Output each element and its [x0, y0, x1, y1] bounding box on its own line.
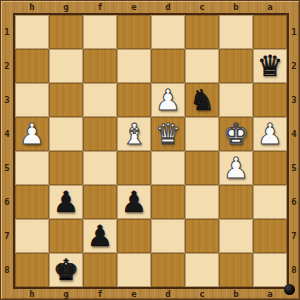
file-label-top-f: f [83, 1, 117, 13]
board: ♛♟♞♟♝♛♚♟♟♟♟♟♚ [13, 13, 289, 289]
square-e1[interactable] [117, 15, 151, 49]
square-a5[interactable] [253, 151, 287, 185]
file-label-bottom-f: f [83, 288, 117, 300]
square-b8[interactable] [219, 253, 253, 287]
file-label-top-e: e [117, 1, 151, 13]
square-a1[interactable] [253, 15, 287, 49]
square-c1[interactable] [185, 15, 219, 49]
file-label-top-b: b [219, 1, 253, 13]
square-f5[interactable] [83, 151, 117, 185]
file-label-top-h: h [15, 1, 49, 13]
rank-label-right-7: 7 [288, 219, 300, 253]
square-a3[interactable] [253, 83, 287, 117]
white-queen-d4[interactable]: ♛ [155, 117, 181, 151]
rank-label-left-7: 7 [1, 219, 13, 253]
rank-label-right-6: 6 [288, 185, 300, 219]
square-g5[interactable] [49, 151, 83, 185]
file-label-bottom-a: a [253, 288, 287, 300]
square-c3[interactable]: ♞ [185, 83, 219, 117]
square-h1[interactable] [15, 15, 49, 49]
square-d8[interactable] [151, 253, 185, 287]
square-b5[interactable]: ♟ [219, 151, 253, 185]
square-h8[interactable] [15, 253, 49, 287]
square-b1[interactable] [219, 15, 253, 49]
rank-label-right-2: 2 [288, 49, 300, 83]
rank-label-left-1: 1 [1, 15, 13, 49]
square-h2[interactable] [15, 49, 49, 83]
white-bishop-e4[interactable]: ♝ [121, 117, 147, 151]
rank-label-right-8: 8 [288, 253, 300, 287]
black-queen-a2[interactable]: ♛ [257, 49, 283, 83]
white-king-b4[interactable]: ♚ [223, 117, 249, 151]
square-e4[interactable]: ♝ [117, 117, 151, 151]
square-c8[interactable] [185, 253, 219, 287]
square-h4[interactable]: ♟ [15, 117, 49, 151]
file-label-bottom-e: e [117, 288, 151, 300]
square-d2[interactable] [151, 49, 185, 83]
square-f2[interactable] [83, 49, 117, 83]
rank-label-left-2: 2 [1, 49, 13, 83]
square-e7[interactable] [117, 219, 151, 253]
square-a6[interactable] [253, 185, 287, 219]
white-pawn-h4[interactable]: ♟ [19, 117, 45, 151]
square-f8[interactable] [83, 253, 117, 287]
file-label-bottom-d: d [151, 288, 185, 300]
board-frame: ♛♟♞♟♝♛♚♟♟♟♟♟♚ hhggffeeddccbbaa1122334455… [0, 0, 300, 300]
rank-label-left-8: 8 [1, 253, 13, 287]
square-g1[interactable] [49, 15, 83, 49]
square-d1[interactable] [151, 15, 185, 49]
rank-label-right-1: 1 [288, 15, 300, 49]
rank-label-right-5: 5 [288, 151, 300, 185]
square-g2[interactable] [49, 49, 83, 83]
square-g3[interactable] [49, 83, 83, 117]
black-pawn-e6[interactable]: ♟ [121, 185, 147, 219]
square-g7[interactable] [49, 219, 83, 253]
black-knight-c3[interactable]: ♞ [189, 83, 215, 117]
square-a2[interactable]: ♛ [253, 49, 287, 83]
rank-label-left-5: 5 [1, 151, 13, 185]
square-h6[interactable] [15, 185, 49, 219]
white-pawn-d3[interactable]: ♟ [155, 83, 181, 117]
square-d5[interactable] [151, 151, 185, 185]
square-c5[interactable] [185, 151, 219, 185]
file-label-top-g: g [49, 1, 83, 13]
square-g4[interactable] [49, 117, 83, 151]
file-label-bottom-g: g [49, 288, 83, 300]
square-a8[interactable] [253, 253, 287, 287]
rank-label-left-6: 6 [1, 185, 13, 219]
black-pawn-f7[interactable]: ♟ [87, 219, 113, 253]
square-d7[interactable] [151, 219, 185, 253]
rank-label-right-4: 4 [288, 117, 300, 151]
square-e3[interactable] [117, 83, 151, 117]
square-d4[interactable]: ♛ [151, 117, 185, 151]
square-e6[interactable]: ♟ [117, 185, 151, 219]
square-c4[interactable] [185, 117, 219, 151]
black-pawn-g6[interactable]: ♟ [53, 185, 79, 219]
square-c6[interactable] [185, 185, 219, 219]
square-c2[interactable] [185, 49, 219, 83]
file-label-bottom-c: c [185, 288, 219, 300]
file-label-top-d: d [151, 1, 185, 13]
square-h5[interactable] [15, 151, 49, 185]
square-f7[interactable]: ♟ [83, 219, 117, 253]
square-b2[interactable] [219, 49, 253, 83]
square-d6[interactable] [151, 185, 185, 219]
square-g6[interactable]: ♟ [49, 185, 83, 219]
white-pawn-b5[interactable]: ♟ [223, 151, 249, 185]
square-f3[interactable] [83, 83, 117, 117]
rank-label-left-4: 4 [1, 117, 13, 151]
file-label-top-c: c [185, 1, 219, 13]
square-f1[interactable] [83, 15, 117, 49]
square-g8[interactable]: ♚ [49, 253, 83, 287]
square-e8[interactable] [117, 253, 151, 287]
square-f6[interactable] [83, 185, 117, 219]
square-b7[interactable] [219, 219, 253, 253]
square-h3[interactable] [15, 83, 49, 117]
white-pawn-a4[interactable]: ♟ [257, 117, 283, 151]
square-a4[interactable]: ♟ [253, 117, 287, 151]
file-label-top-a: a [253, 1, 287, 13]
square-d3[interactable]: ♟ [151, 83, 185, 117]
rank-label-right-3: 3 [288, 83, 300, 117]
square-e2[interactable] [117, 49, 151, 83]
file-label-bottom-b: b [219, 288, 253, 300]
square-a7[interactable] [253, 219, 287, 253]
square-e5[interactable] [117, 151, 151, 185]
square-b3[interactable] [219, 83, 253, 117]
rank-label-left-3: 3 [1, 83, 13, 117]
black-king-g8[interactable]: ♚ [53, 253, 79, 287]
square-h7[interactable] [15, 219, 49, 253]
square-c7[interactable] [185, 219, 219, 253]
file-label-bottom-h: h [15, 288, 49, 300]
square-b4[interactable]: ♚ [219, 117, 253, 151]
square-b6[interactable] [219, 185, 253, 219]
square-f4[interactable] [83, 117, 117, 151]
